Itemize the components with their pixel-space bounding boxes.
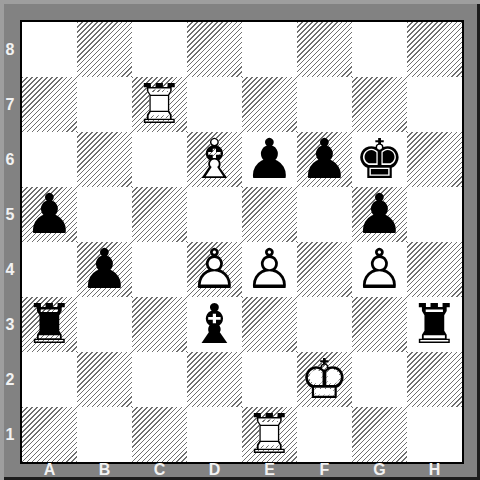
square-g4[interactable]: ♟♙ [352,242,407,297]
square-g1[interactable] [352,407,407,462]
square-c5[interactable] [132,187,187,242]
rank-labels: 87654321 [0,22,20,462]
square-d6[interactable]: ♝♗ [187,132,242,187]
file-label-E: E [242,462,297,478]
square-e6[interactable]: ♟ [242,132,297,187]
square-d8[interactable] [187,22,242,77]
square-e2[interactable] [242,352,297,407]
square-e7[interactable] [242,77,297,132]
piece-white-rook[interactable]: ♜♖ [242,407,297,462]
square-a5[interactable]: ♟ [22,187,77,242]
square-d5[interactable] [187,187,242,242]
square-c6[interactable] [132,132,187,187]
square-c1[interactable] [132,407,187,462]
chess-diagram-frame: 87654321 ♜♖♝♗♟♟♚♟♟♟♟♙♟♙♟♙♜♝♜♚♔♜♖ ABCDEFG… [0,0,480,480]
rank-label-3: 3 [0,297,20,352]
square-a6[interactable] [22,132,77,187]
square-b3[interactable] [77,297,132,352]
white-pawn-icon: ♙ [187,242,242,297]
piece-black-king[interactable]: ♚ [352,132,407,187]
square-e3[interactable] [242,297,297,352]
square-f8[interactable] [297,22,352,77]
file-label-D: D [187,462,242,478]
file-label-F: F [297,462,352,478]
square-b2[interactable] [77,352,132,407]
white-rook-icon: ♖ [242,407,297,462]
white-king-icon: ♔ [297,352,352,407]
piece-black-pawn[interactable]: ♟ [22,187,77,242]
square-h4[interactable] [407,242,462,297]
rank-label-8: 8 [0,22,20,77]
square-c8[interactable] [132,22,187,77]
black-king-icon: ♚ [352,132,407,187]
rank-label-5: 5 [0,187,20,242]
square-a2[interactable] [22,352,77,407]
square-f7[interactable] [297,77,352,132]
square-f4[interactable] [297,242,352,297]
black-pawn-icon: ♟ [242,132,297,187]
white-pawn-icon: ♙ [242,242,297,297]
square-e1[interactable]: ♜♖ [242,407,297,462]
piece-black-rook[interactable]: ♜ [22,297,77,352]
square-b8[interactable] [77,22,132,77]
square-a4[interactable] [22,242,77,297]
square-b4[interactable]: ♟ [77,242,132,297]
square-e5[interactable] [242,187,297,242]
square-f1[interactable] [297,407,352,462]
square-g2[interactable] [352,352,407,407]
file-label-G: G [352,462,407,478]
chess-board[interactable]: ♜♖♝♗♟♟♚♟♟♟♟♙♟♙♟♙♜♝♜♚♔♜♖ [20,20,464,464]
black-pawn-icon: ♟ [77,242,132,297]
square-a1[interactable] [22,407,77,462]
black-pawn-icon: ♟ [352,187,407,242]
square-h6[interactable] [407,132,462,187]
rank-label-4: 4 [0,242,20,297]
square-d4[interactable]: ♟♙ [187,242,242,297]
piece-white-rook[interactable]: ♜♖ [132,77,187,132]
rank-label-1: 1 [0,407,20,462]
piece-black-pawn[interactable]: ♟ [77,242,132,297]
white-pawn-icon: ♙ [352,242,407,297]
piece-white-pawn[interactable]: ♟♙ [352,242,407,297]
black-pawn-icon: ♟ [297,132,352,187]
square-e8[interactable] [242,22,297,77]
white-rook-icon: ♖ [132,77,187,132]
square-a7[interactable] [22,77,77,132]
square-c4[interactable] [132,242,187,297]
rank-label-7: 7 [0,77,20,132]
piece-white-pawn[interactable]: ♟♙ [242,242,297,297]
piece-white-king[interactable]: ♚♔ [297,352,352,407]
rank-label-6: 6 [0,132,20,187]
square-b6[interactable] [77,132,132,187]
square-c7[interactable]: ♜♖ [132,77,187,132]
square-f3[interactable] [297,297,352,352]
black-rook-icon: ♜ [22,297,77,352]
piece-black-pawn[interactable]: ♟ [297,132,352,187]
square-h3[interactable]: ♜ [407,297,462,352]
square-d2[interactable] [187,352,242,407]
square-h8[interactable] [407,22,462,77]
square-h7[interactable] [407,77,462,132]
file-labels: ABCDEFGH [22,462,462,478]
square-b1[interactable] [77,407,132,462]
square-b5[interactable] [77,187,132,242]
square-g6[interactable]: ♚ [352,132,407,187]
square-h5[interactable] [407,187,462,242]
square-h1[interactable] [407,407,462,462]
piece-white-bishop[interactable]: ♝♗ [187,132,242,187]
square-a3[interactable]: ♜ [22,297,77,352]
piece-white-pawn[interactable]: ♟♙ [187,242,242,297]
square-d1[interactable] [187,407,242,462]
square-e4[interactable]: ♟♙ [242,242,297,297]
white-bishop-icon: ♗ [187,132,242,187]
square-g3[interactable] [352,297,407,352]
square-a8[interactable] [22,22,77,77]
file-label-H: H [407,462,462,478]
piece-black-rook[interactable]: ♜ [407,297,462,352]
square-f5[interactable] [297,187,352,242]
square-g8[interactable] [352,22,407,77]
square-f2[interactable]: ♚♔ [297,352,352,407]
black-pawn-icon: ♟ [22,187,77,242]
square-h2[interactable] [407,352,462,407]
file-label-B: B [77,462,132,478]
square-c3[interactable] [132,297,187,352]
square-b7[interactable] [77,77,132,132]
piece-black-bishop[interactable]: ♝ [187,297,242,352]
black-bishop-icon: ♝ [187,297,242,352]
file-label-C: C [132,462,187,478]
square-d7[interactable] [187,77,242,132]
square-c2[interactable] [132,352,187,407]
square-d3[interactable]: ♝ [187,297,242,352]
square-g7[interactable] [352,77,407,132]
square-g5[interactable]: ♟ [352,187,407,242]
piece-black-pawn[interactable]: ♟ [242,132,297,187]
square-f6[interactable]: ♟ [297,132,352,187]
rank-label-2: 2 [0,352,20,407]
black-rook-icon: ♜ [407,297,462,352]
file-label-A: A [22,462,77,478]
piece-black-pawn[interactable]: ♟ [352,187,407,242]
